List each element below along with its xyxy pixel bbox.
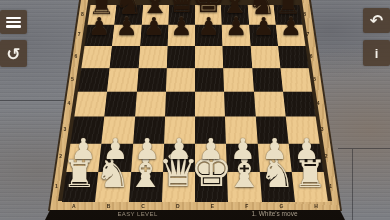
white-pawn-h2[interactable]: ♟ (294, 135, 320, 164)
white-pawn-d2[interactable]: ♟ (166, 135, 192, 164)
chess-app-screen: ABCDEFGH1122334455667788 ♜♞♝♛♚♝♞♜♟♟♟♟♟♟♟… (0, 0, 390, 220)
black-bishop-f8[interactable]: ♝ (220, 0, 250, 19)
black-rook-h8[interactable]: ♜ (275, 0, 302, 19)
black-rook-a8[interactable]: ♜ (88, 0, 115, 19)
rotate-icon: ↺ (6, 44, 20, 64)
white-pawn-g2[interactable]: ♟ (262, 135, 288, 164)
pieces-layer: ♜♞♝♛♚♝♞♜♟♟♟♟♟♟♟♟♟♟♟♟♟♟♟♟♜♞♝♛♚♝♞♜ (0, 0, 390, 220)
difficulty-level-label: EASY LEVEL (95, 211, 180, 217)
white-pawn-b2[interactable]: ♟ (102, 135, 128, 164)
white-pawn-a2[interactable]: ♟ (71, 135, 97, 164)
white-pawn-e2[interactable]: ♟ (198, 135, 224, 164)
undo-icon: ↶ (370, 11, 383, 30)
move-indicator-label: 1. White's move (227, 211, 322, 218)
info-icon: i (375, 46, 379, 61)
black-knight-b8[interactable]: ♞ (114, 0, 143, 19)
undo-move-button[interactable]: ↶ (363, 8, 390, 33)
rotate-board-button[interactable]: ↺ (0, 40, 27, 67)
menu-icon (6, 17, 21, 28)
menu-button[interactable] (0, 10, 27, 34)
black-knight-g8[interactable]: ♞ (247, 0, 276, 19)
white-pawn-c2[interactable]: ♟ (134, 135, 160, 164)
white-pawn-f2[interactable]: ♟ (230, 135, 256, 164)
info-button[interactable]: i (363, 40, 390, 66)
